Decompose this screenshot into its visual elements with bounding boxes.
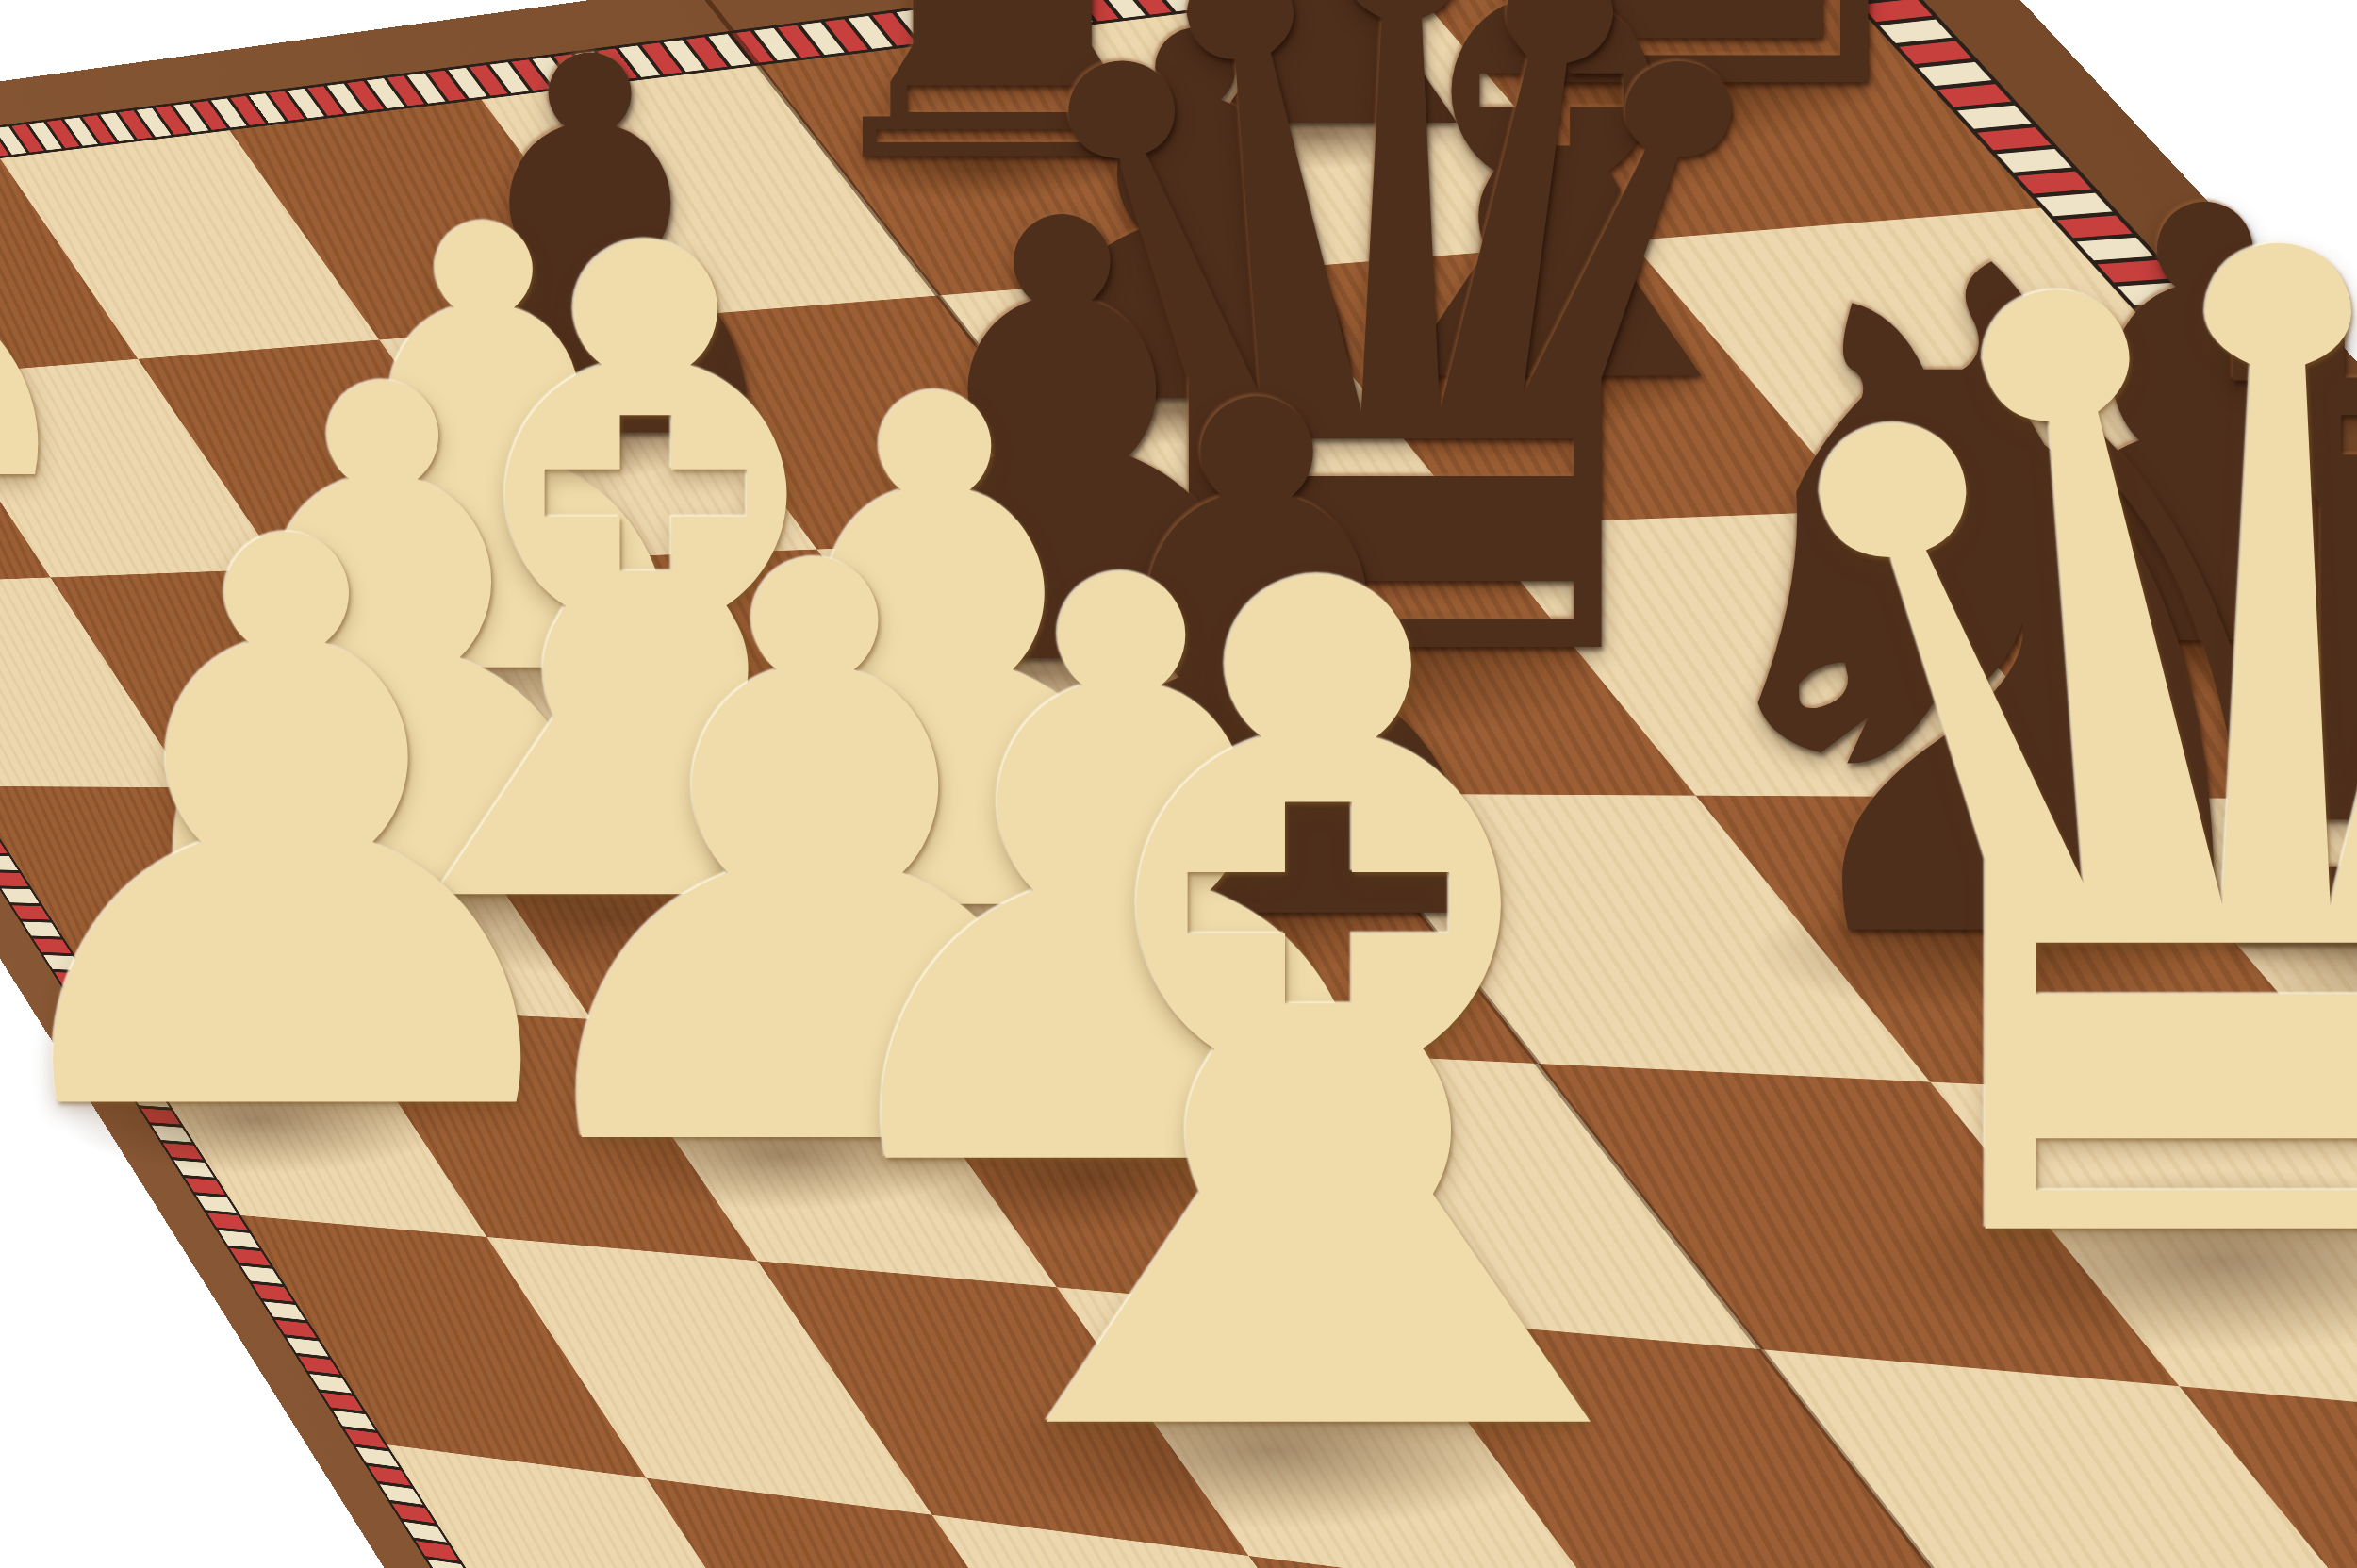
chess-photo-stage: ♟♟♝♟♟♟♝♛♟♟♟♟♟♛♟♝♜♝♚♞♟♜♞ (0, 0, 2357, 1568)
piece-white-bishop-d3[interactable]: ♝ (799, 440, 1838, 1568)
piece-black-knight-h4[interactable]: ♞ (2280, 350, 2357, 1432)
